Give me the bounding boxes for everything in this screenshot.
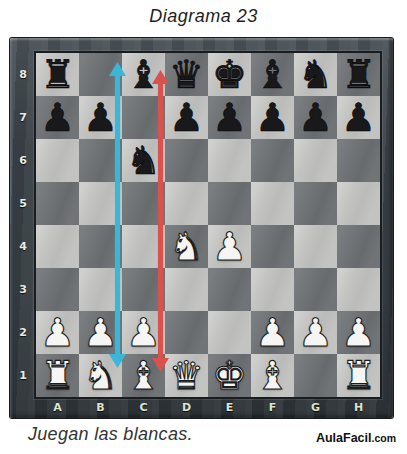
white-knight-d4: ♞ xyxy=(165,225,208,268)
white-bishop-c1: ♝ xyxy=(122,354,165,397)
square-c4[interactable] xyxy=(122,225,165,268)
rank-label-1: 1 xyxy=(10,354,36,397)
black-pawn-d7: ♟ xyxy=(165,96,208,139)
watermark-tld: .com xyxy=(371,432,396,444)
square-d8[interactable]: ♛ xyxy=(165,53,208,96)
rank-label-8: 8 xyxy=(10,53,36,96)
square-b8[interactable] xyxy=(79,53,122,96)
white-pawn-g2: ♟ xyxy=(294,311,337,354)
square-e3[interactable] xyxy=(208,268,251,311)
square-h8[interactable]: ♜ xyxy=(337,53,380,96)
black-pawn-f7: ♟ xyxy=(251,96,294,139)
watermark-brand: AulaFacil xyxy=(316,431,372,445)
diagram-title: Diagrama 23 xyxy=(0,6,407,27)
black-knight-g8: ♞ xyxy=(294,53,337,96)
square-a5[interactable] xyxy=(36,182,79,225)
square-c7[interactable] xyxy=(122,96,165,139)
square-c1[interactable]: ♝ xyxy=(122,354,165,397)
black-pawn-g7: ♟ xyxy=(294,96,337,139)
black-bishop-c8: ♝ xyxy=(122,53,165,96)
black-pawn-b7: ♟ xyxy=(79,96,122,139)
square-e2[interactable] xyxy=(208,311,251,354)
white-pawn-f2: ♟ xyxy=(251,311,294,354)
square-h6[interactable] xyxy=(337,139,380,182)
square-b6[interactable] xyxy=(79,139,122,182)
black-queen-d8: ♛ xyxy=(165,53,208,96)
square-g1[interactable] xyxy=(294,354,337,397)
file-label-h: H xyxy=(337,398,380,416)
square-h3[interactable] xyxy=(337,268,380,311)
file-label-c: C xyxy=(122,398,165,416)
square-g8[interactable]: ♞ xyxy=(294,53,337,96)
white-pawn-b2: ♟ xyxy=(79,311,122,354)
white-queen-d1: ♛ xyxy=(165,354,208,397)
white-pawn-h2: ♟ xyxy=(337,311,380,354)
square-e8[interactable]: ♚ xyxy=(208,53,251,96)
black-pawn-e7: ♟ xyxy=(208,96,251,139)
rank-label-4: 4 xyxy=(10,225,36,268)
square-d6[interactable] xyxy=(165,139,208,182)
chess-board: ♜♝♛♚♝♞♜♟♟♟♟♟♟♟♞♞♟♟♟♟♟♟♟♜♞♝♛♚♝♜ xyxy=(36,53,380,397)
square-b5[interactable] xyxy=(79,182,122,225)
square-a6[interactable] xyxy=(36,139,79,182)
white-bishop-f1: ♝ xyxy=(251,354,294,397)
square-e6[interactable] xyxy=(208,139,251,182)
square-d1[interactable]: ♛ xyxy=(165,354,208,397)
square-g7[interactable]: ♟ xyxy=(294,96,337,139)
square-d3[interactable] xyxy=(165,268,208,311)
square-d7[interactable]: ♟ xyxy=(165,96,208,139)
square-b4[interactable] xyxy=(79,225,122,268)
square-h5[interactable] xyxy=(337,182,380,225)
square-c6[interactable]: ♞ xyxy=(122,139,165,182)
square-f8[interactable]: ♝ xyxy=(251,53,294,96)
white-king-e1: ♚ xyxy=(208,354,251,397)
white-rook-h1: ♜ xyxy=(337,354,380,397)
rank-label-5: 5 xyxy=(10,182,36,225)
black-knight-c6: ♞ xyxy=(122,139,165,182)
square-e5[interactable] xyxy=(208,182,251,225)
square-c8[interactable]: ♝ xyxy=(122,53,165,96)
square-g6[interactable] xyxy=(294,139,337,182)
square-h2[interactable]: ♟ xyxy=(337,311,380,354)
file-label-d: D xyxy=(165,398,208,416)
square-c2[interactable]: ♟ xyxy=(122,311,165,354)
square-a3[interactable] xyxy=(36,268,79,311)
white-pawn-e4: ♟ xyxy=(208,225,251,268)
caption-side-to-move: Juegan las blancas. xyxy=(28,424,193,445)
square-f3[interactable] xyxy=(251,268,294,311)
board-frame: 87654321 ♜♝♛♚♝♞♜♟♟♟♟♟♟♟♞♞♟♟♟♟♟♟♟♜♞♝♛♚♝♜ … xyxy=(10,38,393,418)
square-a8[interactable]: ♜ xyxy=(36,53,79,96)
file-labels: ABCDEFGH xyxy=(36,398,380,416)
square-e4[interactable]: ♟ xyxy=(208,225,251,268)
square-a7[interactable]: ♟ xyxy=(36,96,79,139)
square-b1[interactable]: ♞ xyxy=(79,354,122,397)
file-label-g: G xyxy=(294,398,337,416)
black-king-e8: ♚ xyxy=(208,53,251,96)
square-e7[interactable]: ♟ xyxy=(208,96,251,139)
square-c3[interactable] xyxy=(122,268,165,311)
square-b7[interactable]: ♟ xyxy=(79,96,122,139)
square-d5[interactable] xyxy=(165,182,208,225)
file-label-a: A xyxy=(36,398,79,416)
black-pawn-a7: ♟ xyxy=(36,96,79,139)
rank-label-7: 7 xyxy=(10,96,36,139)
square-d4[interactable]: ♞ xyxy=(165,225,208,268)
square-b3[interactable] xyxy=(79,268,122,311)
square-b2[interactable]: ♟ xyxy=(79,311,122,354)
watermark-aulafacil: AulaFacil.com xyxy=(316,431,396,445)
square-f2[interactable]: ♟ xyxy=(251,311,294,354)
square-h4[interactable] xyxy=(337,225,380,268)
black-bishop-f8: ♝ xyxy=(251,53,294,96)
square-d2[interactable] xyxy=(165,311,208,354)
white-pawn-a2: ♟ xyxy=(36,311,79,354)
square-f6[interactable] xyxy=(251,139,294,182)
square-f7[interactable]: ♟ xyxy=(251,96,294,139)
black-pawn-h7: ♟ xyxy=(337,96,380,139)
square-a1[interactable]: ♜ xyxy=(36,354,79,397)
square-g4[interactable] xyxy=(294,225,337,268)
chess-diagram-page: Diagrama 23 87654321 ♜♝♛♚♝♞♜♟♟♟♟♟♟♟♞♞♟♟♟… xyxy=(0,0,407,454)
square-f5[interactable] xyxy=(251,182,294,225)
white-pawn-c2: ♟ xyxy=(122,311,165,354)
rank-label-3: 3 xyxy=(10,268,36,311)
square-a4[interactable] xyxy=(36,225,79,268)
rank-label-6: 6 xyxy=(10,139,36,182)
square-f1[interactable]: ♝ xyxy=(251,354,294,397)
black-rook-h8: ♜ xyxy=(337,53,380,96)
file-label-b: B xyxy=(79,398,122,416)
rank-label-2: 2 xyxy=(10,311,36,354)
black-rook-a8: ♜ xyxy=(36,53,79,96)
file-label-f: F xyxy=(251,398,294,416)
white-knight-b1: ♞ xyxy=(79,354,122,397)
square-g2[interactable]: ♟ xyxy=(294,311,337,354)
square-h7[interactable]: ♟ xyxy=(337,96,380,139)
rank-labels: 87654321 xyxy=(10,53,36,397)
square-e1[interactable]: ♚ xyxy=(208,354,251,397)
square-a2[interactable]: ♟ xyxy=(36,311,79,354)
square-f4[interactable] xyxy=(251,225,294,268)
square-g5[interactable] xyxy=(294,182,337,225)
square-c5[interactable] xyxy=(122,182,165,225)
square-g3[interactable] xyxy=(294,268,337,311)
square-h1[interactable]: ♜ xyxy=(337,354,380,397)
file-label-e: E xyxy=(208,398,251,416)
white-rook-a1: ♜ xyxy=(36,354,79,397)
